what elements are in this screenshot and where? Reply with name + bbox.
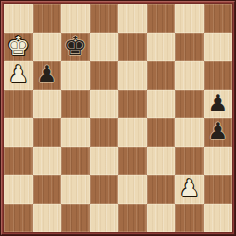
square-h4[interactable]: ♟ (204, 118, 233, 147)
black-pawn[interactable]: ♟ (207, 90, 228, 117)
square-f5[interactable] (147, 90, 176, 119)
square-g4[interactable] (175, 118, 204, 147)
square-f4[interactable] (147, 118, 176, 147)
square-e4[interactable] (118, 118, 147, 147)
square-b5[interactable] (33, 90, 62, 119)
black-pawn[interactable]: ♟ (36, 61, 57, 88)
square-e2[interactable] (118, 175, 147, 204)
square-c4[interactable] (61, 118, 90, 147)
square-d3[interactable] (90, 147, 119, 176)
square-e5[interactable] (118, 90, 147, 119)
square-f1[interactable] (147, 204, 176, 233)
square-h3[interactable] (204, 147, 233, 176)
square-h1[interactable] (204, 204, 233, 233)
square-g1[interactable] (175, 204, 204, 233)
black-pawn[interactable]: ♟ (207, 118, 228, 145)
white-pawn[interactable]: ♟ (179, 175, 200, 202)
square-a8[interactable] (4, 4, 33, 33)
black-king[interactable]: ♚ (64, 33, 87, 60)
square-b4[interactable] (33, 118, 62, 147)
square-f7[interactable] (147, 33, 176, 62)
square-d6[interactable] (90, 61, 119, 90)
square-e6[interactable] (118, 61, 147, 90)
square-a4[interactable] (4, 118, 33, 147)
board: ♚♚♟♟♟♟♟ (4, 4, 232, 232)
square-d7[interactable] (90, 33, 119, 62)
square-d1[interactable] (90, 204, 119, 233)
square-d5[interactable] (90, 90, 119, 119)
square-g8[interactable] (175, 4, 204, 33)
square-g2[interactable]: ♟ (175, 175, 204, 204)
square-f8[interactable] (147, 4, 176, 33)
square-e3[interactable] (118, 147, 147, 176)
square-b2[interactable] (33, 175, 62, 204)
square-a7[interactable]: ♚ (4, 33, 33, 62)
square-h2[interactable] (204, 175, 233, 204)
white-pawn[interactable]: ♟ (8, 61, 29, 88)
square-b6[interactable]: ♟ (33, 61, 62, 90)
square-b7[interactable] (33, 33, 62, 62)
square-a5[interactable] (4, 90, 33, 119)
square-a1[interactable] (4, 204, 33, 233)
square-e7[interactable] (118, 33, 147, 62)
square-h8[interactable] (204, 4, 233, 33)
square-b8[interactable] (33, 4, 62, 33)
square-a2[interactable] (4, 175, 33, 204)
square-g6[interactable] (175, 61, 204, 90)
square-h5[interactable]: ♟ (204, 90, 233, 119)
square-f3[interactable] (147, 147, 176, 176)
square-c6[interactable] (61, 61, 90, 90)
board-frame: ♚♚♟♟♟♟♟ (0, 0, 236, 236)
square-c8[interactable] (61, 4, 90, 33)
square-h7[interactable] (204, 33, 233, 62)
square-h6[interactable] (204, 61, 233, 90)
square-b1[interactable] (33, 204, 62, 233)
square-g3[interactable] (175, 147, 204, 176)
square-g7[interactable] (175, 33, 204, 62)
square-d8[interactable] (90, 4, 119, 33)
square-c2[interactable] (61, 175, 90, 204)
square-c7[interactable]: ♚ (61, 33, 90, 62)
square-g5[interactable] (175, 90, 204, 119)
square-f2[interactable] (147, 175, 176, 204)
square-c5[interactable] (61, 90, 90, 119)
square-a3[interactable] (4, 147, 33, 176)
square-d4[interactable] (90, 118, 119, 147)
square-c1[interactable] (61, 204, 90, 233)
square-f6[interactable] (147, 61, 176, 90)
square-e8[interactable] (118, 4, 147, 33)
square-e1[interactable] (118, 204, 147, 233)
white-king[interactable]: ♚ (7, 33, 30, 60)
square-a6[interactable]: ♟ (4, 61, 33, 90)
square-b3[interactable] (33, 147, 62, 176)
square-d2[interactable] (90, 175, 119, 204)
square-c3[interactable] (61, 147, 90, 176)
